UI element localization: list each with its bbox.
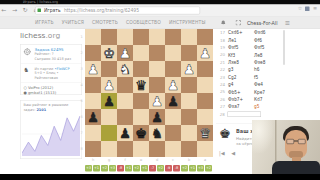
streamer-torso: [272, 161, 320, 174]
main-nav: ИГРАТЬУЧИТЬСЯСМОТРЕТЬСООБЩЕСТВОИНСТРУМЕН…: [35, 17, 214, 29]
file-label: h: [85, 158, 101, 162]
board-square[interactable]: [165, 29, 181, 45]
fullscreen-icon[interactable]: [235, 20, 241, 26]
move-number: 25: [216, 90, 225, 95]
recent-puzzle-results: +3+1+2+3-8+1+2+1-7+2-9-8+2+1+3+2: [85, 165, 225, 172]
puzzle-result-chip[interactable]: +2: [181, 165, 188, 172]
puzzle-result-chip[interactable]: +1: [189, 165, 196, 172]
file-label: a: [197, 158, 213, 162]
white-piece: ♟: [119, 45, 131, 61]
white-piece: ♚: [103, 45, 115, 61]
white-piece: ♛: [199, 125, 211, 141]
move-row: 17Сxd6+Фxd6: [216, 29, 286, 36]
file-label: b: [181, 158, 197, 162]
black-piece: ♚: [135, 125, 147, 141]
board-square[interactable]: ♟: [85, 109, 101, 125]
board-square[interactable]: ♞: [149, 125, 165, 141]
board-square[interactable]: [181, 77, 197, 93]
puzzle-result-chip[interactable]: +3: [109, 165, 116, 172]
logo-main: lichess: [20, 31, 45, 40]
move-number: 21: [216, 60, 225, 65]
board-square[interactable]: [133, 93, 149, 109]
black-move[interactable]: Фe4: [254, 82, 280, 87]
prev-move-icon[interactable]: ◀: [231, 150, 235, 156]
nav-item[interactable]: СМОТРЕТЬ: [92, 20, 118, 25]
board-square[interactable]: [165, 109, 181, 125]
board-square[interactable]: [197, 109, 213, 125]
reload-icon[interactable]: ↻: [21, 5, 29, 16]
board-square[interactable]: [165, 125, 181, 141]
black-move[interactable]: h6: [254, 67, 280, 72]
board-square[interactable]: [101, 109, 117, 125]
file-label: c: [165, 158, 181, 162]
puzzle-result-chip[interactable]: -8: [173, 165, 180, 172]
rank-label: 3: [81, 61, 83, 77]
white-move[interactable]: Фxa7: [228, 104, 254, 109]
puzzle-info-card: Задача 62495 Рейтинг: ? Сыграно 30 418 р…: [20, 44, 82, 95]
black-move[interactable]: Фxd6: [254, 30, 280, 35]
profile-icon[interactable]: [305, 6, 310, 11]
white-move[interactable]: Лe1: [228, 38, 254, 43]
board-square[interactable]: [133, 109, 149, 125]
move-row: 23Сg2f5: [216, 73, 286, 80]
board-square[interactable]: ♟: [101, 93, 117, 109]
file-label: e: [133, 158, 149, 162]
chess-board: ♚♟♟♟♞♟♟♛♟♟♟♟♟♟♟♚♞♛: [85, 29, 213, 157]
white-piece: ♟: [183, 61, 195, 77]
white-piece: ♟: [103, 77, 115, 93]
board-square[interactable]: ♛: [133, 77, 149, 93]
puzzle-result-chip[interactable]: -9: [165, 165, 172, 172]
puzzle-section: Задача 62495 Рейтинг: ? Сыграно 30 418 р…: [21, 45, 82, 65]
nav-item[interactable]: ИГРАТЬ: [35, 20, 54, 25]
white-move[interactable]: [228, 111, 261, 117]
board-square[interactable]: ♟: [85, 61, 101, 77]
black-move[interactable]: Кd7: [254, 97, 280, 102]
board-square[interactable]: [197, 61, 213, 77]
white-player-name[interactable]: VoiPro (2012): [28, 86, 53, 91]
black-piece: ♟: [87, 109, 99, 125]
players-section: ○ VoiPro (2012) ● gmbat1 (1513): [21, 83, 82, 98]
move-number: 19: [216, 45, 225, 50]
puzzle-result-chip[interactable]: +2: [101, 165, 108, 172]
rank-label: 7: [81, 125, 83, 141]
board-square[interactable]: [181, 109, 197, 125]
board-square[interactable]: ♟: [117, 125, 133, 141]
move-row: 20Кf3Лe8: [216, 51, 286, 58]
webcam-overlay: [252, 120, 320, 174]
board-square[interactable]: [165, 61, 181, 77]
rank-label: 2: [81, 45, 83, 61]
rank-label: 5: [81, 93, 83, 109]
board-square[interactable]: ♟: [165, 93, 181, 109]
nav-item[interactable]: УЧИТЬСЯ: [62, 20, 84, 25]
black-player-icon: ●: [24, 91, 27, 96]
move-row: 21Лxe8Фxe8: [216, 59, 286, 66]
board-square[interactable]: [101, 29, 117, 45]
tab-title: Играть | lichess.org: [23, 0, 58, 4]
game-info: 5+0 • Блиц • Рейтинговая: [35, 71, 79, 80]
source-game-section: ♞ Из партии •FloWCP 5+0 • Блиц • Рейтинг…: [21, 64, 82, 83]
move-number: 18: [216, 38, 225, 43]
board-square[interactable]: [117, 141, 133, 157]
move-number: 27: [216, 104, 225, 109]
board-square[interactable]: [181, 125, 197, 141]
address-page-title: Играть: [44, 8, 61, 13]
board-square[interactable]: [149, 45, 165, 61]
move-row: 24g4Фe4: [216, 81, 286, 88]
board-square[interactable]: [133, 29, 149, 45]
white-move[interactable]: Фxf5: [228, 45, 254, 50]
white-move[interactable]: Лxe8: [228, 60, 254, 65]
board-square[interactable]: [117, 109, 133, 125]
puzzle-result-chip[interactable]: +2: [205, 165, 212, 172]
puzzle-played-count: Сыграно 30 418 раз: [35, 57, 79, 62]
white-move[interactable]: g4: [228, 82, 254, 87]
move-row: 22g3h6: [216, 66, 286, 73]
black-piece: ♟: [119, 125, 131, 141]
white-move[interactable]: Сg2: [228, 75, 254, 80]
rating-value: 2101: [36, 108, 46, 112]
board-square[interactable]: ♟: [181, 61, 197, 77]
black-piece: ♟: [151, 109, 163, 125]
black-piece: ♟: [167, 93, 179, 109]
board-square[interactable]: ♟: [149, 93, 165, 109]
puzzle-result-chip[interactable]: +2: [157, 165, 164, 172]
move-row: 25Фb5+Кре7: [216, 88, 286, 95]
board-square[interactable]: [165, 45, 181, 61]
nav-item[interactable]: ИНСТРУМЕНТЫ: [169, 20, 206, 25]
file-label: d: [149, 158, 165, 162]
board-square[interactable]: ♟: [165, 77, 181, 93]
board-square[interactable]: [197, 141, 213, 157]
board-square[interactable]: [181, 93, 197, 109]
move-number: 22: [216, 67, 225, 72]
board-square[interactable]: [85, 29, 101, 45]
first-move-icon[interactable]: |◀: [219, 150, 225, 156]
rank-label: 6: [81, 109, 83, 125]
nav-item[interactable]: СООБЩЕСТВО: [126, 20, 161, 25]
move-number: 24: [216, 82, 225, 87]
board-square[interactable]: [85, 141, 101, 157]
move-row: 27Фxa7g5: [216, 103, 286, 110]
white-move[interactable]: Фb5+: [228, 89, 254, 94]
board-square[interactable]: [133, 141, 149, 157]
browser-actions: ☆ ≡: [298, 6, 317, 12]
board-square[interactable]: [149, 77, 165, 93]
window-light: [252, 120, 273, 153]
board-square[interactable]: [101, 61, 117, 77]
move-row: 26Фxb7+Кd7: [216, 96, 286, 103]
white-piece: ♟: [87, 61, 99, 77]
black-player-name[interactable]: gmbat1 (1513): [28, 91, 56, 96]
white-move[interactable]: g3: [228, 67, 254, 72]
puzzle-result-chip[interactable]: +3: [85, 165, 92, 172]
white-move[interactable]: Сxd6+: [228, 30, 254, 35]
black-move[interactable]: g5: [254, 104, 280, 109]
black-move[interactable]: Фf6: [254, 38, 280, 43]
browser-menu-icon[interactable]: ≡: [313, 6, 317, 12]
rating-history-chart: [22, 112, 80, 156]
white-move[interactable]: Кf3: [228, 52, 254, 57]
board-square[interactable]: ♚: [133, 125, 149, 141]
move-row: 19Фxf5Фxf5: [216, 44, 286, 51]
video-letterbox: [0, 174, 320, 180]
board-square[interactable]: ♚: [101, 45, 117, 61]
black-move[interactable]: f5: [254, 75, 280, 80]
bookmark-icon[interactable]: ☆: [298, 6, 302, 12]
black-move[interactable]: Фxe8: [254, 60, 280, 65]
file-label: f: [117, 158, 133, 162]
target-icon: [24, 48, 32, 56]
header-right: Chess-For-All ≡: [217, 17, 290, 30]
white-player-icon: ○: [24, 86, 27, 91]
knight-icon: ♞: [24, 66, 29, 73]
board-square[interactable]: [149, 141, 165, 157]
screenshot-root: Играть | lichess.org ← → ↻ ⌂ Играть http…: [0, 0, 320, 180]
board-square[interactable]: [117, 93, 133, 109]
board-square[interactable]: [149, 61, 165, 77]
board-square[interactable]: [133, 61, 149, 77]
forward-icon[interactable]: →: [11, 5, 19, 16]
puzzle-result-chip[interactable]: +1: [141, 165, 148, 172]
white-piece: ♞: [119, 61, 131, 77]
board-square[interactable]: [85, 93, 101, 109]
address-bar[interactable]: Играть https://lichess.org/training/6249…: [35, 7, 200, 15]
black-move[interactable]: Фxf5: [254, 45, 280, 50]
rank-labels: 12345678: [81, 29, 83, 157]
hamburger-icon[interactable]: ≡: [285, 19, 290, 27]
board-square[interactable]: [133, 45, 149, 61]
puzzle-result-chip[interactable]: -8: [117, 165, 124, 172]
lichess-logo[interactable]: lichess.org: [20, 31, 60, 40]
board-square[interactable]: ♛: [197, 125, 213, 141]
from-game-label: Из партии: [35, 67, 54, 71]
puzzle-result-chip[interactable]: -7: [149, 165, 156, 172]
board-square[interactable]: [117, 29, 133, 45]
move-list: 17Сxd6+Фxd618Лe1Фf619Фxf5Фxf520Кf3Лe821Л…: [216, 29, 286, 121]
move-number: 17: [216, 30, 225, 35]
board-square[interactable]: [149, 29, 165, 45]
move-number: 28: [216, 112, 225, 117]
site-favicon: [38, 9, 42, 13]
rank-label: 8: [81, 141, 83, 157]
white-piece: ♟: [151, 93, 163, 109]
board-square[interactable]: [101, 141, 117, 157]
white-move[interactable]: Фxb7+: [228, 97, 254, 102]
white-piece: ♟: [167, 77, 179, 93]
logo-suffix: .org: [45, 31, 60, 40]
board-square[interactable]: ♟: [197, 45, 213, 61]
board-square[interactable]: [197, 93, 213, 109]
move-number: 20: [216, 53, 225, 58]
username[interactable]: Chess-For-All: [247, 21, 278, 27]
white-piece: ♟: [199, 45, 211, 61]
board-square[interactable]: [181, 29, 197, 45]
board-square[interactable]: ♟: [117, 45, 133, 61]
black-move[interactable]: Лe8: [254, 52, 280, 57]
black-piece: ♛: [135, 77, 147, 93]
site-header: ИГРАТЬУЧИТЬСЯСМОТРЕТЬСООБЩЕСТВОИНСТРУМЕН…: [0, 17, 320, 30]
file-labels: hgfedcba: [85, 158, 213, 162]
board-square[interactable]: [197, 29, 213, 45]
rating-card: Ваш рейтинг в решении задач: 2101: [20, 100, 82, 159]
board-square[interactable]: [101, 125, 117, 141]
black-piece: ♟: [103, 93, 115, 109]
file-label: g: [101, 158, 117, 162]
rank-label: 4: [81, 77, 83, 93]
board-square[interactable]: [197, 77, 213, 93]
black-king-icon: ♚: [219, 126, 231, 141]
playback-controls: |◀ ◀: [219, 150, 240, 156]
board-square[interactable]: [85, 77, 101, 93]
puzzle-result-chip[interactable]: +2: [133, 165, 140, 172]
back-icon[interactable]: ←: [0, 5, 8, 16]
puzzle-result-chip[interactable]: +3: [197, 165, 204, 172]
move-number: 26: [216, 97, 225, 102]
glasses-icon: [287, 139, 306, 145]
board-square[interactable]: [165, 141, 181, 157]
board-square[interactable]: [85, 125, 101, 141]
bell-icon[interactable]: [220, 20, 226, 26]
board-square[interactable]: ♞: [117, 61, 133, 77]
rank-label: 1: [81, 29, 83, 45]
puzzle-result-chip[interactable]: +1: [93, 165, 100, 172]
board-square[interactable]: [85, 45, 101, 61]
move-number: 23: [216, 75, 225, 80]
from-game-link[interactable]: •FloWCP: [54, 67, 69, 71]
board-square[interactable]: [181, 45, 197, 61]
address-url: https://lichess.org/training/62495: [64, 8, 139, 13]
board-square[interactable]: [181, 141, 197, 157]
board-square[interactable]: [117, 77, 133, 93]
black-move[interactable]: Кре7: [254, 89, 280, 94]
move-row: 28: [216, 110, 286, 117]
board-square[interactable]: ♟: [149, 109, 165, 125]
board-square[interactable]: ♟: [101, 77, 117, 93]
move-row: 18Лe1Фf6: [216, 36, 286, 43]
move-list-scrollbar[interactable]: [283, 30, 285, 65]
puzzle-result-chip[interactable]: +1: [125, 165, 132, 172]
black-piece: ♞: [151, 125, 163, 141]
